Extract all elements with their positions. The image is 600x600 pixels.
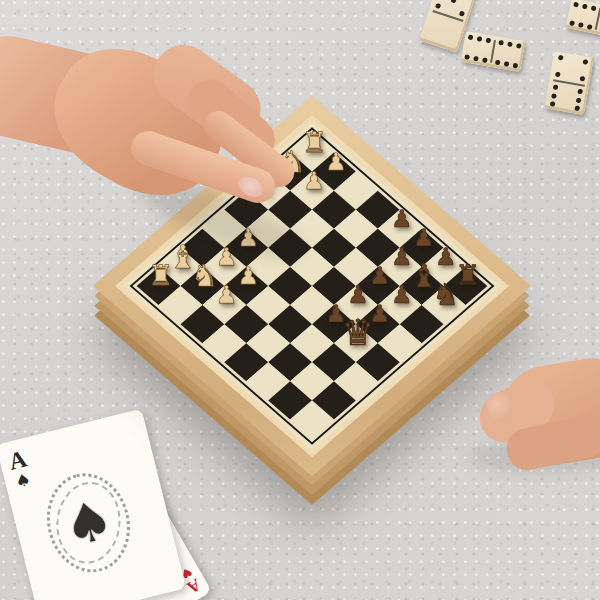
domino-half-6 — [491, 36, 525, 72]
domino-pip — [578, 22, 584, 28]
domino-pip — [507, 42, 513, 48]
domino-pip — [552, 84, 558, 90]
domino-pip — [555, 72, 561, 78]
domino-pip — [558, 54, 564, 60]
spades-corner-index: A ♠ — [7, 446, 34, 491]
ace-of-spades-card[interactable]: A ♠ ♠ — [0, 409, 186, 600]
spade-icon: ♠ — [14, 471, 33, 491]
domino-half-6 — [461, 31, 495, 67]
domino-pip — [569, 20, 575, 26]
spade-icon: ♠ — [37, 464, 141, 581]
domino-pip — [591, 5, 597, 11]
domino-pip — [467, 35, 473, 41]
domino-tile[interactable] — [461, 31, 525, 72]
domino-pip — [575, 106, 581, 112]
domino-pip — [473, 56, 479, 62]
domino-pip — [482, 57, 488, 63]
domino-pip — [435, 3, 441, 9]
domino-pip — [450, 0, 456, 3]
domino-pip — [549, 101, 555, 107]
domino-pip — [459, 11, 465, 17]
domino-pip — [583, 59, 589, 65]
domino-pip — [477, 36, 483, 42]
domino-pip — [587, 24, 593, 30]
domino-pip — [504, 61, 510, 67]
domino-pip — [576, 97, 582, 103]
ornate-center-spade: ♠ — [37, 464, 141, 581]
table-surface: ♜♟♟♟♟♜♞♟♟♝♞♟♟♟♟♟♟♛♟♟♝♞♟♜ ♝ A ♥ ♥ A ♥ A ♠ — [0, 0, 600, 600]
domino-tile[interactable] — [544, 51, 593, 115]
domino-tile[interactable] — [566, 0, 600, 40]
domino-pip — [498, 40, 504, 46]
domino-half-6 — [566, 0, 600, 33]
domino-pip — [573, 1, 579, 7]
domino-pip — [516, 43, 522, 49]
domino-pip — [513, 63, 519, 69]
domino-pip — [582, 3, 588, 9]
domino-pip — [578, 88, 584, 94]
domino-half-6 — [544, 81, 588, 116]
domino-pip — [551, 93, 557, 99]
domino-pip — [486, 38, 492, 44]
domino-pip — [580, 76, 586, 82]
domino-pip — [495, 59, 501, 65]
domino-pip — [464, 54, 470, 60]
